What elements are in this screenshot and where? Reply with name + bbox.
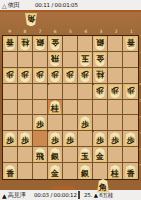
board-square[interactable] (108, 100, 123, 116)
shogi-piece-sente[interactable]: 金 (49, 165, 61, 179)
board-square[interactable]: 歩 (63, 68, 78, 84)
board-square[interactable] (33, 100, 48, 116)
board-square[interactable]: 歩 (123, 84, 138, 100)
board-square[interactable]: 歩 (3, 68, 18, 84)
board-square[interactable]: 香 (3, 163, 18, 179)
bar-divider (78, 191, 80, 199)
shogi-piece-sente[interactable]: 歩 (94, 132, 106, 146)
board-star-dot (47, 83, 49, 85)
board-square[interactable]: 銀 (33, 36, 48, 52)
board-square[interactable] (123, 115, 138, 131)
shogi-piece-gote[interactable]: 歩 (94, 85, 106, 99)
shogi-piece-sente[interactable]: 歩 (79, 116, 91, 130)
gote-player-name: 依田 (8, 1, 20, 10)
board-square[interactable]: 銀 (93, 36, 108, 52)
board-square[interactable]: 香 (123, 163, 138, 179)
board-square[interactable]: 桂 (48, 100, 63, 116)
board-square[interactable] (78, 100, 93, 116)
shogi-piece-gote[interactable]: 歩 (64, 69, 76, 83)
last-move-label: 25. ▲ 6五桂 (84, 192, 113, 199)
shogi-piece-sente[interactable]: 歩 (19, 132, 31, 146)
shogi-piece-sente[interactable]: 銀 (49, 148, 61, 162)
board-square[interactable] (123, 100, 138, 116)
board-square[interactable] (63, 147, 78, 163)
shogi-piece-sente[interactable]: 桂 (49, 100, 61, 114)
captured-piece-sente[interactable]: 角 (97, 179, 109, 193)
board-square[interactable]: 銀 (78, 163, 93, 179)
shogi-piece-gote[interactable]: 歩 (19, 69, 31, 83)
board-square[interactable] (108, 68, 123, 84)
sente-clock: 00:03 / 00:00:12 (34, 192, 77, 198)
board-square[interactable] (123, 52, 138, 68)
board-square[interactable] (18, 84, 33, 100)
board-square[interactable] (18, 52, 33, 68)
board-square[interactable]: 歩 (48, 68, 63, 84)
board-square[interactable]: 歩 (93, 131, 108, 147)
board-square[interactable] (3, 84, 18, 100)
board-square[interactable] (108, 36, 123, 52)
board-square[interactable] (18, 115, 33, 131)
board-square[interactable] (123, 68, 138, 84)
board-square[interactable] (108, 147, 123, 163)
board-square[interactable]: 歩 (18, 68, 33, 84)
board-square[interactable] (78, 84, 93, 100)
shogi-piece-gote[interactable]: 銀 (94, 37, 106, 51)
board-square[interactable]: 桂 (108, 163, 123, 179)
board-square[interactable]: 歩 (33, 115, 48, 131)
board-square[interactable] (3, 100, 18, 116)
rank-label: 三 (139, 67, 141, 83)
shogi-piece-gote[interactable]: 玉 (79, 53, 91, 67)
shogi-piece-sente[interactable]: 歩 (49, 132, 61, 146)
rank-labels: 一二三四五六七八九 (139, 35, 141, 180)
board-square[interactable] (48, 84, 63, 100)
board-square[interactable]: 金 (48, 163, 63, 179)
board-square[interactable]: 金 (93, 147, 108, 163)
rank-label: 九 (139, 164, 141, 180)
shogi-piece-sente[interactable]: 桂 (109, 165, 121, 179)
shogi-piece-gote[interactable]: 歩 (125, 85, 137, 99)
gote-clock: 00:11 / 00:01:05 (35, 2, 78, 8)
board-square[interactable]: 歩 (93, 84, 108, 100)
board-square[interactable]: 金 (48, 36, 63, 52)
rank-label: 五 (139, 99, 141, 115)
board-square[interactable] (63, 115, 78, 131)
shogi-piece-gote[interactable]: 銀 (34, 37, 46, 51)
shogi-piece-sente[interactable]: 歩 (125, 132, 137, 146)
shogi-piece-sente[interactable]: 銀 (79, 165, 91, 179)
shogi-piece-gote[interactable]: 歩 (109, 85, 121, 99)
board-square[interactable] (18, 100, 33, 116)
rank-label: 四 (139, 83, 141, 99)
board-square[interactable] (3, 147, 18, 163)
shogi-piece-sente[interactable]: 飛 (34, 148, 46, 162)
board-square[interactable]: 歩 (33, 68, 48, 84)
sente-player-name: 高見澤 (8, 191, 26, 200)
rank-label: 二 (139, 51, 141, 67)
rank-label: 七 (139, 132, 141, 148)
board-square[interactable]: 飛 (48, 52, 63, 68)
board-square[interactable]: 歩 (3, 131, 18, 147)
board-square[interactable] (93, 115, 108, 131)
board-square[interactable]: 歩 (108, 84, 123, 100)
shogi-piece-gote[interactable]: 桂 (19, 37, 31, 51)
board-square[interactable] (18, 163, 33, 179)
rank-label: 六 (139, 116, 141, 132)
board-square[interactable]: 歩 (123, 131, 138, 147)
shogi-piece-gote[interactable]: 歩 (79, 69, 91, 83)
board-star-dot (92, 83, 94, 85)
shogi-piece-gote[interactable]: 歩 (34, 69, 46, 83)
shogi-piece-gote[interactable]: 歩 (49, 69, 61, 83)
board-square[interactable] (33, 131, 48, 147)
board-square[interactable] (33, 52, 48, 68)
shogi-piece-sente[interactable]: 歩 (4, 132, 16, 146)
shogi-piece-gote[interactable]: 香 (4, 37, 16, 51)
gote-player-bar: △ 依田 00:11 / 00:01:05 (0, 0, 141, 12)
board-square[interactable] (18, 147, 33, 163)
board-square[interactable] (3, 52, 18, 68)
shogi-app: △ 依田 00:11 / 00:01:05 987654321 一二三四五六七八… (0, 0, 141, 200)
board-square[interactable] (33, 163, 48, 179)
board-square[interactable]: 玉 (78, 147, 93, 163)
sente-symbol: ▲ (2, 192, 7, 199)
board-square[interactable] (63, 36, 78, 52)
board-square[interactable]: 歩 (78, 68, 93, 84)
board-square[interactable] (93, 100, 108, 116)
board-square[interactable] (63, 84, 78, 100)
turn-indicator (53, 187, 75, 189)
board-square[interactable] (33, 84, 48, 100)
shogi-piece-sente[interactable]: 歩 (64, 132, 76, 146)
shogi-piece-sente[interactable]: 歩 (34, 116, 46, 130)
board-square[interactable]: 歩 (18, 131, 33, 147)
board-square[interactable] (123, 147, 138, 163)
board-square[interactable] (108, 52, 123, 68)
shogi-piece-sente[interactable]: 玉 (79, 148, 91, 162)
shogi-piece-sente[interactable]: 香 (125, 165, 137, 179)
captured-piece-gote[interactable]: 角 (25, 13, 37, 27)
shogi-piece-gote[interactable]: 香 (125, 37, 137, 51)
rank-label: 一 (139, 35, 141, 51)
board-square[interactable] (78, 131, 93, 147)
shogi-piece-gote[interactable]: 歩 (4, 69, 16, 83)
board-square[interactable]: 玉 (78, 52, 93, 68)
board-square[interactable]: 飛 (33, 147, 48, 163)
board-square[interactable] (3, 115, 18, 131)
shogi-piece-gote[interactable]: 金 (94, 53, 106, 67)
shogi-board: 香桂銀金銀香飛玉金歩歩歩歩歩歩桂歩歩歩桂歩歩歩歩歩歩歩歩歩飛銀玉金香金銀桂香 (2, 35, 139, 180)
board-square[interactable]: 桂 (93, 68, 108, 84)
board-square[interactable]: 香 (3, 36, 18, 52)
board-square[interactable]: 歩 (63, 131, 78, 147)
board-star-dot (92, 130, 94, 132)
board-star-dot (47, 130, 49, 132)
shogi-piece-sente[interactable]: 金 (94, 148, 106, 162)
shogi-piece-sente[interactable]: 香 (4, 165, 16, 179)
board-square[interactable]: 歩 (78, 115, 93, 131)
shogi-piece-gote[interactable]: 桂 (94, 69, 106, 83)
shogi-piece-sente[interactable]: 歩 (109, 132, 121, 146)
board-square[interactable] (108, 115, 123, 131)
board-square[interactable] (63, 163, 78, 179)
board-square[interactable]: 歩 (48, 131, 63, 147)
board-square[interactable] (48, 115, 63, 131)
board-square[interactable] (63, 52, 78, 68)
board-square[interactable] (63, 100, 78, 116)
board-square[interactable]: 金 (93, 52, 108, 68)
board-square[interactable]: 歩 (108, 131, 123, 147)
board-square[interactable]: 銀 (48, 147, 63, 163)
board-square[interactable] (78, 36, 93, 52)
gote-symbol: △ (2, 2, 7, 9)
sente-player-bar: ▲ 高見澤 00:03 / 00:00:12 25. ▲ 6五桂 (0, 190, 141, 200)
board-square[interactable]: 桂 (18, 36, 33, 52)
rank-label: 八 (139, 148, 141, 164)
shogi-piece-gote[interactable]: 金 (49, 37, 61, 51)
board-square[interactable]: 香 (123, 36, 138, 52)
board-square[interactable] (93, 163, 108, 179)
shogi-piece-gote[interactable]: 飛 (49, 53, 61, 67)
